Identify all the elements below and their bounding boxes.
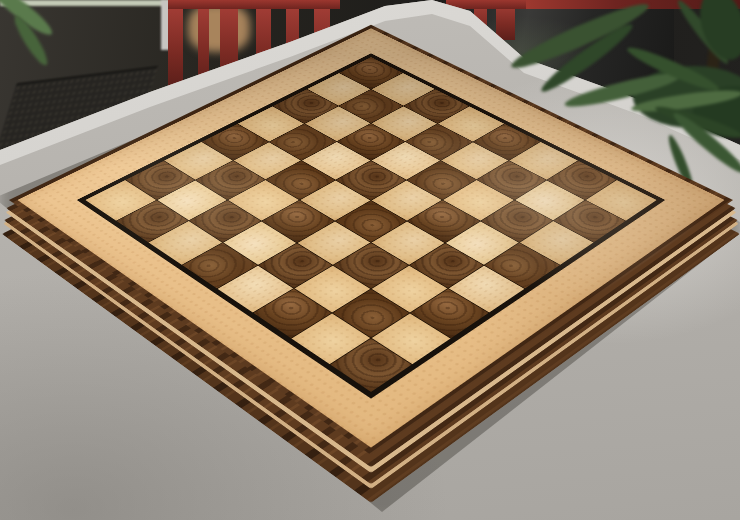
square-r4c7 <box>449 266 525 313</box>
square-r7c2 <box>149 221 222 264</box>
square-r7c4 <box>217 266 293 313</box>
square-r6c5 <box>295 266 371 313</box>
square-r5c4 <box>297 221 370 264</box>
square-r7c5 <box>254 289 331 338</box>
square-r1c7 <box>554 200 625 242</box>
chessboard-photo-scene <box>0 0 740 520</box>
square-r6c6 <box>332 289 409 338</box>
square-r2c6 <box>481 200 552 242</box>
square-r4c5 <box>372 221 445 264</box>
square-r7c3 <box>182 243 256 288</box>
square-r6c3 <box>223 221 296 264</box>
square-r5c5 <box>334 243 408 288</box>
square-r7c1 <box>116 200 187 242</box>
square-r7c6 <box>291 314 370 365</box>
square-r2c7 <box>520 221 593 264</box>
square-r6c4 <box>258 243 332 288</box>
square-r5c7 <box>411 289 488 338</box>
square-r3c5 <box>408 200 479 242</box>
square-r5c6 <box>372 266 448 313</box>
square-r4c4 <box>335 200 406 242</box>
chair-rail <box>168 0 340 9</box>
square-r3c7 <box>485 243 559 288</box>
square-r4c6 <box>410 243 484 288</box>
square-r6c2 <box>189 200 260 242</box>
square-r6c7 <box>372 314 451 365</box>
square-r5c3 <box>262 200 333 242</box>
square-r7c7 <box>331 339 412 392</box>
square-r3c6 <box>446 221 519 264</box>
chair-slat <box>168 0 183 86</box>
